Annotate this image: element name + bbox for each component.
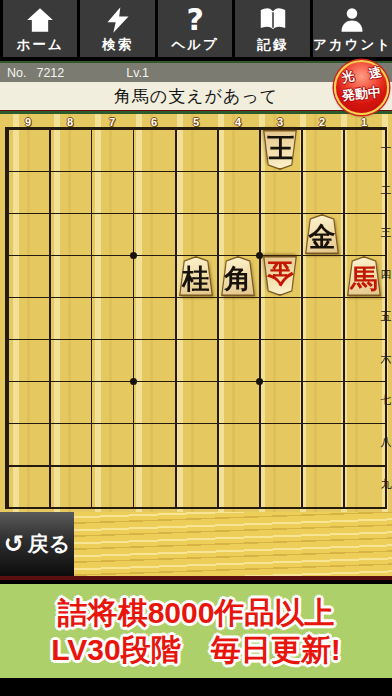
piece-3-1[interactable]: 王 (262, 130, 298, 170)
square-7-2[interactable] (91, 171, 133, 213)
hoshi-dot (130, 378, 137, 385)
square-7-5[interactable] (91, 297, 133, 339)
piece-glyph: 金 (262, 256, 298, 296)
piece-3-4[interactable]: 金 (262, 256, 298, 296)
square-9-6[interactable] (7, 339, 49, 381)
person-icon (338, 4, 366, 36)
square-6-2[interactable] (133, 171, 175, 213)
square-8-3[interactable] (49, 213, 91, 255)
square-5-9[interactable] (175, 465, 217, 507)
square-4-8[interactable] (217, 423, 259, 465)
square-4-3[interactable] (217, 213, 259, 255)
square-9-9[interactable] (7, 465, 49, 507)
level-badge: Lv.1 (126, 66, 149, 80)
square-7-9[interactable] (91, 465, 133, 507)
square-3-7[interactable] (259, 381, 301, 423)
square-1-9[interactable] (343, 465, 385, 507)
square-3-8[interactable] (259, 423, 301, 465)
square-2-9[interactable] (301, 465, 343, 507)
square-9-3[interactable] (7, 213, 49, 255)
square-8-8[interactable] (49, 423, 91, 465)
shogi-board: 987654321 一二三四五六七八九 王金桂角金馬 (0, 114, 392, 512)
square-1-5[interactable] (343, 297, 385, 339)
square-4-2[interactable] (217, 171, 259, 213)
square-8-2[interactable] (49, 171, 91, 213)
square-3-5[interactable] (259, 297, 301, 339)
square-9-2[interactable] (7, 171, 49, 213)
back-button[interactable]: ↺ 戻る (0, 512, 74, 576)
lightspeed-mode-badge: 光 速 発動中 (334, 60, 389, 115)
square-5-2[interactable] (175, 171, 217, 213)
hoshi-dot (130, 252, 137, 259)
tab-help[interactable]: ? ヘルプ (158, 0, 232, 57)
square-8-1[interactable] (49, 129, 91, 171)
piece-glyph: 金 (304, 214, 340, 254)
square-4-5[interactable] (217, 297, 259, 339)
square-1-3[interactable] (343, 213, 385, 255)
square-2-8[interactable] (301, 423, 343, 465)
piece-glyph: 角 (220, 256, 256, 296)
book-icon (257, 4, 289, 36)
square-3-9[interactable] (259, 465, 301, 507)
square-1-2[interactable] (343, 171, 385, 213)
square-6-6[interactable] (133, 339, 175, 381)
square-7-7[interactable] (91, 381, 133, 423)
square-9-8[interactable] (7, 423, 49, 465)
tab-search[interactable]: 検索 (80, 0, 154, 57)
tab-label: 記録 (257, 36, 288, 54)
square-6-4[interactable] (133, 255, 175, 297)
square-6-9[interactable] (133, 465, 175, 507)
top-nav: ホーム 検索 ? ヘルプ 記録 アカウント (0, 0, 392, 57)
square-5-3[interactable] (175, 213, 217, 255)
square-8-7[interactable] (49, 381, 91, 423)
square-8-5[interactable] (49, 297, 91, 339)
square-3-3[interactable] (259, 213, 301, 255)
question-icon: ? (187, 4, 204, 36)
piece-1-4[interactable]: 馬 (346, 256, 382, 296)
square-5-8[interactable] (175, 423, 217, 465)
wood-strip: ↺ 戻る (0, 512, 392, 576)
square-7-1[interactable] (91, 129, 133, 171)
status-bar: No. 7212 Lv.1 (0, 61, 392, 82)
square-5-7[interactable] (175, 381, 217, 423)
square-1-1[interactable] (343, 129, 385, 171)
square-6-8[interactable] (133, 423, 175, 465)
square-4-7[interactable] (217, 381, 259, 423)
square-7-8[interactable] (91, 423, 133, 465)
square-3-2[interactable] (259, 171, 301, 213)
piece-5-4[interactable]: 桂 (178, 256, 214, 296)
puzzle-number-value: 7212 (36, 66, 64, 80)
undo-arrow-icon: ↺ (4, 532, 24, 556)
square-2-4[interactable] (301, 255, 343, 297)
promo-banner[interactable]: 詰将棋8000作品以上 LV30段階 毎日更新! (0, 584, 392, 678)
square-6-7[interactable] (133, 381, 175, 423)
piece-glyph: 馬 (346, 256, 382, 296)
tab-home[interactable]: ホーム (3, 0, 77, 57)
tab-label: アカウント (313, 36, 392, 54)
square-9-7[interactable] (7, 381, 49, 423)
puzzle-title: 角馬の支えがあって (114, 85, 278, 108)
badge-text-hatsudochu: 発動中 (335, 84, 387, 103)
square-2-2[interactable] (301, 171, 343, 213)
square-2-6[interactable] (301, 339, 343, 381)
square-6-1[interactable] (133, 129, 175, 171)
puzzle-number-label: No. (7, 66, 26, 80)
square-1-8[interactable] (343, 423, 385, 465)
square-2-5[interactable] (301, 297, 343, 339)
square-1-6[interactable] (343, 339, 385, 381)
square-7-6[interactable] (91, 339, 133, 381)
square-2-7[interactable] (301, 381, 343, 423)
tab-label: 検索 (102, 36, 133, 54)
square-9-5[interactable] (7, 297, 49, 339)
square-6-5[interactable] (133, 297, 175, 339)
badge-char-soku: 速 (367, 65, 383, 81)
banner-line-1: 詰将棋8000作品以上 (58, 596, 335, 630)
tab-label: ホーム (17, 36, 64, 54)
back-button-label: 戻る (28, 530, 71, 558)
piece-2-3[interactable]: 金 (304, 214, 340, 254)
square-5-5[interactable] (175, 297, 217, 339)
badge-char-hikari: 光 (340, 69, 356, 85)
square-5-1[interactable] (175, 129, 217, 171)
square-8-4[interactable] (49, 255, 91, 297)
tab-records[interactable]: 記録 (235, 0, 309, 57)
square-4-1[interactable] (217, 129, 259, 171)
square-8-9[interactable] (49, 465, 91, 507)
square-7-4[interactable] (91, 255, 133, 297)
home-icon (25, 4, 55, 36)
hoshi-dot (256, 378, 263, 385)
square-3-6[interactable] (259, 339, 301, 381)
banner-line-2: LV30段階 毎日更新! (51, 633, 340, 667)
square-7-3[interactable] (91, 213, 133, 255)
bottom-bar (0, 678, 392, 696)
tab-label: ヘルプ (171, 36, 218, 54)
square-6-3[interactable] (133, 213, 175, 255)
square-8-6[interactable] (49, 339, 91, 381)
square-1-7[interactable] (343, 381, 385, 423)
square-4-6[interactable] (217, 339, 259, 381)
square-5-6[interactable] (175, 339, 217, 381)
square-9-1[interactable] (7, 129, 49, 171)
piece-4-4[interactable]: 角 (220, 256, 256, 296)
piece-glyph: 桂 (178, 256, 214, 296)
square-4-9[interactable] (217, 465, 259, 507)
tab-account[interactable]: アカウント (313, 0, 392, 57)
board-grid: 王金桂角金馬 (5, 127, 387, 509)
square-9-4[interactable] (7, 255, 49, 297)
square-2-1[interactable] (301, 129, 343, 171)
lightning-icon (104, 4, 132, 36)
piece-glyph: 王 (262, 130, 298, 170)
